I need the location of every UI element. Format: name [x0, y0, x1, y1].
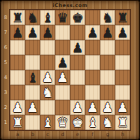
- white-king-piece[interactable]: ♚: [70, 115, 85, 130]
- square-b2[interactable]: ♟: [25, 100, 40, 115]
- white-bishop-piece[interactable]: ♝: [85, 115, 100, 130]
- rank-label-8: 8: [1, 10, 10, 25]
- square-g4[interactable]: [100, 70, 115, 85]
- black-queen-piece[interactable]: ♛: [55, 10, 70, 25]
- black-pawn-piece[interactable]: ♟: [70, 40, 85, 55]
- square-h8[interactable]: ♜: [115, 10, 130, 25]
- black-rook-piece[interactable]: ♜: [115, 10, 130, 25]
- square-g5[interactable]: [100, 55, 115, 70]
- square-d4[interactable]: ♟: [55, 70, 70, 85]
- square-g1[interactable]: ♞: [100, 115, 115, 130]
- square-c5[interactable]: [40, 55, 55, 70]
- square-a7[interactable]: ♟: [10, 25, 25, 40]
- white-pawn-piece[interactable]: ♟: [40, 70, 55, 85]
- white-knight-piece[interactable]: ♞: [40, 85, 55, 100]
- white-pawn-piece[interactable]: ♟: [55, 70, 70, 85]
- square-a8[interactable]: ♜: [10, 10, 25, 25]
- square-f4[interactable]: [85, 70, 100, 85]
- square-e1[interactable]: ♚: [70, 115, 85, 130]
- rank-label-6: 6: [1, 40, 10, 55]
- square-a4[interactable]: [10, 70, 25, 85]
- white-rook-piece[interactable]: ♜: [10, 115, 25, 130]
- black-rook-piece[interactable]: ♜: [10, 10, 25, 25]
- black-pawn-piece[interactable]: ♟: [100, 25, 115, 40]
- file-label-f: f: [85, 130, 100, 139]
- square-f7[interactable]: ♟: [85, 25, 100, 40]
- white-pawn-piece[interactable]: ♟: [115, 100, 130, 115]
- square-e7[interactable]: [70, 25, 85, 40]
- black-pawn-piece[interactable]: ♟: [55, 55, 70, 70]
- square-b6[interactable]: [25, 40, 40, 55]
- chess-board-frame: iChess.com ♜♞♝♛♚♞♜♟♟♟♟♟♟♟♟♝♟♟♞♟♟♟♟♟♟♜♝♛♚…: [0, 0, 140, 140]
- rank-label-2: 2: [1, 100, 10, 115]
- file-label-b: b: [25, 130, 40, 139]
- square-b7[interactable]: ♟: [25, 25, 40, 40]
- rank-label-1: 1: [1, 115, 10, 130]
- square-a5[interactable]: [10, 55, 25, 70]
- square-f2[interactable]: ♟: [85, 100, 100, 115]
- rank-label-7: 7: [1, 25, 10, 40]
- square-a3[interactable]: [10, 85, 25, 100]
- white-pawn-piece[interactable]: ♟: [25, 100, 40, 115]
- square-b1[interactable]: [25, 115, 40, 130]
- square-e6[interactable]: ♟: [70, 40, 85, 55]
- square-f1[interactable]: ♝: [85, 115, 100, 130]
- square-h2[interactable]: ♟: [115, 100, 130, 115]
- square-e5[interactable]: [70, 55, 85, 70]
- square-c4[interactable]: ♟: [40, 70, 55, 85]
- square-a2[interactable]: ♟: [10, 100, 25, 115]
- square-c8[interactable]: ♝: [40, 10, 55, 25]
- file-label-d: d: [55, 130, 70, 139]
- white-rook-piece[interactable]: ♜: [115, 115, 130, 130]
- square-g6[interactable]: [100, 40, 115, 55]
- square-b4[interactable]: ♝: [25, 70, 40, 85]
- chess-board: ♜♞♝♛♚♞♜♟♟♟♟♟♟♟♟♝♟♟♞♟♟♟♟♟♟♜♝♛♚♝♞♜: [10, 10, 130, 130]
- square-c7[interactable]: ♟: [40, 25, 55, 40]
- rank-label-3: 3: [1, 85, 10, 100]
- file-label-g: g: [100, 130, 115, 139]
- square-h4[interactable]: [115, 70, 130, 85]
- white-pawn-piece[interactable]: ♟: [85, 100, 100, 115]
- square-b5[interactable]: [25, 55, 40, 70]
- black-knight-piece[interactable]: ♞: [100, 10, 115, 25]
- square-e8[interactable]: ♚: [70, 10, 85, 25]
- black-pawn-piece[interactable]: ♟: [85, 25, 100, 40]
- square-b3[interactable]: [25, 85, 40, 100]
- square-e2[interactable]: ♟: [70, 100, 85, 115]
- white-pawn-piece[interactable]: ♟: [70, 100, 85, 115]
- square-d3[interactable]: [55, 85, 70, 100]
- black-pawn-piece[interactable]: ♟: [25, 25, 40, 40]
- black-king-piece[interactable]: ♚: [70, 10, 85, 25]
- rank-label-4: 4: [1, 70, 10, 85]
- square-f8[interactable]: [85, 10, 100, 25]
- square-a6[interactable]: [10, 40, 25, 55]
- square-d5[interactable]: ♟: [55, 55, 70, 70]
- white-pawn-piece[interactable]: ♟: [100, 100, 115, 115]
- square-a1[interactable]: ♜: [10, 115, 25, 130]
- square-h5[interactable]: [115, 55, 130, 70]
- site-watermark: iChess.com: [1, 2, 139, 9]
- square-e4[interactable]: [70, 70, 85, 85]
- square-g2[interactable]: ♟: [100, 100, 115, 115]
- square-c1[interactable]: ♝: [40, 115, 55, 130]
- square-b8[interactable]: ♞: [25, 10, 40, 25]
- rank-label-5: 5: [1, 55, 10, 70]
- square-f6[interactable]: [85, 40, 100, 55]
- square-c2[interactable]: [40, 100, 55, 115]
- square-g3[interactable]: [100, 85, 115, 100]
- file-label-e: e: [70, 130, 85, 139]
- square-d1[interactable]: ♛: [55, 115, 70, 130]
- square-g8[interactable]: ♞: [100, 10, 115, 25]
- black-pawn-piece[interactable]: ♟: [40, 25, 55, 40]
- black-knight-piece[interactable]: ♞: [25, 10, 40, 25]
- square-h1[interactable]: ♜: [115, 115, 130, 130]
- file-label-h: h: [115, 130, 130, 139]
- square-h7[interactable]: ♟: [115, 25, 130, 40]
- white-queen-piece[interactable]: ♛: [55, 115, 70, 130]
- white-pawn-piece[interactable]: ♟: [10, 100, 25, 115]
- square-c6[interactable]: [40, 40, 55, 55]
- square-d7[interactable]: [55, 25, 70, 40]
- square-h6[interactable]: [115, 40, 130, 55]
- black-pawn-piece[interactable]: ♟: [115, 25, 130, 40]
- square-d8[interactable]: ♛: [55, 10, 70, 25]
- square-g7[interactable]: ♟: [100, 25, 115, 40]
- file-label-c: c: [40, 130, 55, 139]
- square-f5[interactable]: [85, 55, 100, 70]
- file-label-a: a: [10, 130, 25, 139]
- black-bishop-piece[interactable]: ♝: [40, 10, 55, 25]
- white-knight-piece[interactable]: ♞: [100, 115, 115, 130]
- black-bishop-piece[interactable]: ♝: [25, 70, 40, 85]
- square-f3[interactable]: [85, 85, 100, 100]
- black-pawn-piece[interactable]: ♟: [10, 25, 25, 40]
- square-d2[interactable]: [55, 100, 70, 115]
- square-c3[interactable]: ♞: [40, 85, 55, 100]
- square-d6[interactable]: [55, 40, 70, 55]
- square-e3[interactable]: [70, 85, 85, 100]
- white-bishop-piece[interactable]: ♝: [40, 115, 55, 130]
- square-h3[interactable]: [115, 85, 130, 100]
